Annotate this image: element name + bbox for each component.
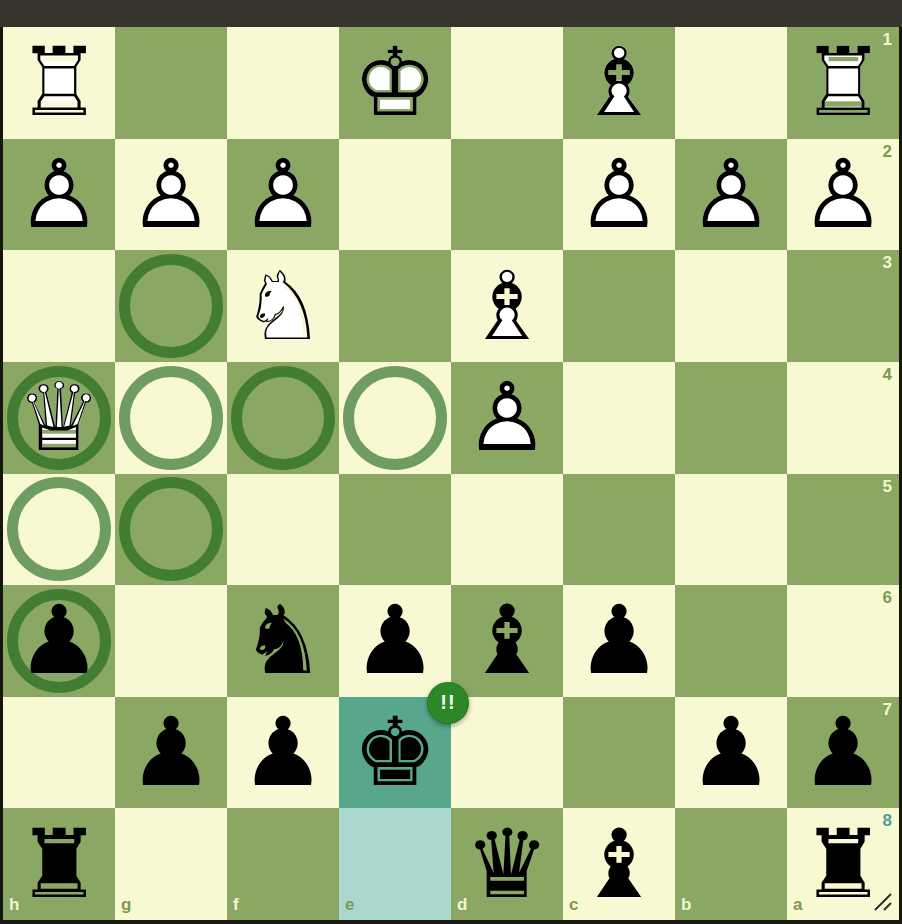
move-dest-ring	[119, 477, 223, 581]
square-g2[interactable]: ♟♙	[115, 139, 227, 251]
piece-black-bishop[interactable]: ♝	[451, 585, 563, 697]
square-g1[interactable]	[115, 27, 227, 139]
square-f7[interactable]: ♟	[227, 697, 339, 809]
pawn-white-outline: ♙	[3, 139, 115, 251]
piece-black-pawn[interactable]: ♟	[339, 585, 451, 697]
square-c6[interactable]: ♟	[563, 585, 675, 697]
square-f6[interactable]: ♞	[227, 585, 339, 697]
knight-white-outline: ♘	[227, 250, 339, 362]
square-d7[interactable]	[451, 697, 563, 809]
move-dest-ring	[343, 366, 447, 470]
file-label-e: e	[345, 895, 354, 915]
piece-white-pawn[interactable]: ♟♙	[451, 362, 563, 474]
square-e6[interactable]: ♟	[339, 585, 451, 697]
brilliant-move-badge: !!	[427, 682, 469, 724]
move-dest-ring	[119, 254, 223, 358]
piece-white-knight[interactable]: ♞♘	[227, 250, 339, 362]
queen-white-outline: ♕	[3, 362, 115, 474]
square-b6[interactable]	[675, 585, 787, 697]
piece-white-queen[interactable]: ♛♕	[3, 362, 115, 474]
file-label-h: h	[9, 895, 19, 915]
square-h8[interactable]: ♜h	[3, 808, 115, 920]
piece-white-bishop[interactable]: ♝♗	[451, 250, 563, 362]
move-dest-ring	[231, 366, 335, 470]
square-f4[interactable]	[227, 362, 339, 474]
bishop-white-outline: ♗	[451, 250, 563, 362]
pawn-white-outline: ♙	[115, 139, 227, 251]
pawn-black-glyph: ♟	[115, 697, 227, 809]
rank-label-4: 4	[883, 365, 892, 385]
square-b2[interactable]: ♟♙	[675, 139, 787, 251]
square-g3[interactable]	[115, 250, 227, 362]
square-g8[interactable]: g	[115, 808, 227, 920]
square-d5[interactable]	[451, 474, 563, 586]
square-e3[interactable]	[339, 250, 451, 362]
top-bar	[0, 0, 902, 27]
file-label-c: c	[569, 895, 578, 915]
rank-label-8: 8	[883, 811, 892, 831]
bishop-black-glyph: ♝	[451, 585, 563, 697]
resize-handle-icon[interactable]	[871, 890, 893, 912]
move-dest-ring	[7, 477, 111, 581]
square-e5[interactable]	[339, 474, 451, 586]
square-b8[interactable]: b	[675, 808, 787, 920]
bottom-bar	[0, 920, 902, 924]
bishop-black-glyph: ♝	[563, 808, 675, 920]
square-c5[interactable]	[563, 474, 675, 586]
square-h6[interactable]: ♟	[3, 585, 115, 697]
square-e1[interactable]: ♚♔	[339, 27, 451, 139]
chess-board: !! ♜♖♚♔♝♗♜♖1♟♙♟♙♟♙♟♙♟♙♟♙2♞♘♝♗3♛♕♟♙45♟♞♟♝…	[3, 27, 899, 920]
square-d1[interactable]	[451, 27, 563, 139]
piece-black-pawn[interactable]: ♟	[227, 697, 339, 809]
square-c1[interactable]: ♝♗	[563, 27, 675, 139]
square-g7[interactable]: ♟	[115, 697, 227, 809]
rank-label-7: 7	[883, 700, 892, 720]
rank-label-1: 1	[883, 30, 892, 50]
pawn-white-outline: ♙	[451, 362, 563, 474]
pawn-black-glyph: ♟	[339, 585, 451, 697]
pawn-white-outline: ♙	[675, 139, 787, 251]
square-b1[interactable]	[675, 27, 787, 139]
square-h3[interactable]	[3, 250, 115, 362]
bishop-white-outline: ♗	[563, 27, 675, 139]
queen-black-glyph: ♛	[451, 808, 563, 920]
square-e2[interactable]	[339, 139, 451, 251]
square-h5[interactable]	[3, 474, 115, 586]
file-label-a: a	[793, 895, 802, 915]
rank-label-2: 2	[883, 142, 892, 162]
square-h1[interactable]: ♜♖	[3, 27, 115, 139]
knight-black-glyph: ♞	[227, 585, 339, 697]
square-f1[interactable]	[227, 27, 339, 139]
square-a2[interactable]: ♟♙2	[787, 139, 899, 251]
piece-white-pawn[interactable]: ♟♙	[563, 139, 675, 251]
square-d6[interactable]: ♝	[451, 585, 563, 697]
square-f8[interactable]: f	[227, 808, 339, 920]
square-d4[interactable]: ♟♙	[451, 362, 563, 474]
rook-black-glyph: ♜	[3, 808, 115, 920]
pawn-black-glyph: ♟	[675, 697, 787, 809]
piece-black-pawn[interactable]: ♟	[563, 585, 675, 697]
piece-black-pawn[interactable]: ♟	[3, 585, 115, 697]
rank-label-6: 6	[883, 588, 892, 608]
pawn-white-outline: ♙	[563, 139, 675, 251]
square-a5[interactable]: 5	[787, 474, 899, 586]
square-b7[interactable]: ♟	[675, 697, 787, 809]
square-e8[interactable]: e	[339, 808, 451, 920]
piece-black-pawn[interactable]: ♟	[115, 697, 227, 809]
piece-white-rook[interactable]: ♜♖	[3, 27, 115, 139]
piece-white-pawn[interactable]: ♟♙	[3, 139, 115, 251]
rank-label-5: 5	[883, 477, 892, 497]
square-a7[interactable]: ♟7	[787, 697, 899, 809]
square-g4[interactable]	[115, 362, 227, 474]
rook-white-outline: ♖	[3, 27, 115, 139]
file-label-d: d	[457, 895, 467, 915]
piece-black-bishop[interactable]: ♝	[563, 808, 675, 920]
square-d8[interactable]: ♛d	[451, 808, 563, 920]
square-a3[interactable]: 3	[787, 250, 899, 362]
piece-black-queen[interactable]: ♛	[451, 808, 563, 920]
piece-white-pawn[interactable]: ♟♙	[675, 139, 787, 251]
piece-black-rook[interactable]: ♜	[3, 808, 115, 920]
pawn-white-outline: ♙	[227, 139, 339, 251]
pawn-black-glyph: ♟	[227, 697, 339, 809]
square-b4[interactable]	[675, 362, 787, 474]
piece-black-knight[interactable]: ♞	[227, 585, 339, 697]
pawn-black-glyph: ♟	[3, 585, 115, 697]
square-a4[interactable]: 4	[787, 362, 899, 474]
square-e4[interactable]	[339, 362, 451, 474]
pawn-black-glyph: ♟	[563, 585, 675, 697]
square-b3[interactable]	[675, 250, 787, 362]
square-a6[interactable]: 6	[787, 585, 899, 697]
square-g5[interactable]	[115, 474, 227, 586]
file-label-b: b	[681, 895, 691, 915]
file-label-f: f	[233, 895, 239, 915]
rank-label-3: 3	[883, 253, 892, 273]
square-c7[interactable]	[563, 697, 675, 809]
square-h7[interactable]	[3, 697, 115, 809]
square-c2[interactable]: ♟♙	[563, 139, 675, 251]
square-b5[interactable]	[675, 474, 787, 586]
king-white-outline: ♔	[339, 27, 451, 139]
piece-white-bishop[interactable]: ♝♗	[563, 27, 675, 139]
move-dest-ring	[119, 366, 223, 470]
square-h4[interactable]: ♛♕	[3, 362, 115, 474]
square-c8[interactable]: ♝c	[563, 808, 675, 920]
square-d3[interactable]: ♝♗	[451, 250, 563, 362]
square-g6[interactable]	[115, 585, 227, 697]
file-label-g: g	[121, 895, 131, 915]
square-f3[interactable]: ♞♘	[227, 250, 339, 362]
piece-white-king[interactable]: ♚♔	[339, 27, 451, 139]
square-c4[interactable]	[563, 362, 675, 474]
square-h2[interactable]: ♟♙	[3, 139, 115, 251]
square-c3[interactable]	[563, 250, 675, 362]
square-f2[interactable]: ♟♙	[227, 139, 339, 251]
square-d2[interactable]	[451, 139, 563, 251]
square-f5[interactable]	[227, 474, 339, 586]
piece-white-pawn[interactable]: ♟♙	[115, 139, 227, 251]
piece-black-pawn[interactable]: ♟	[675, 697, 787, 809]
piece-white-pawn[interactable]: ♟♙	[227, 139, 339, 251]
square-a1[interactable]: ♜♖1	[787, 27, 899, 139]
